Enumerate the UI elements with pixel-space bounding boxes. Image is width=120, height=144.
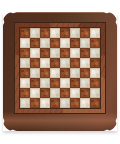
- square-r7c8[interactable]: [90, 88, 100, 98]
- square-r8c6[interactable]: [70, 98, 80, 108]
- square-r7c1[interactable]: [20, 88, 30, 98]
- square-r5c1[interactable]: [20, 68, 30, 78]
- square-r3c8[interactable]: [90, 48, 100, 58]
- square-r2c5[interactable]: [60, 38, 70, 48]
- square-r5c8[interactable]: [90, 68, 100, 78]
- square-r2c6[interactable]: [70, 38, 80, 48]
- square-r3c7[interactable]: [80, 48, 90, 58]
- square-r8c7[interactable]: [80, 98, 90, 108]
- square-r5c4[interactable]: [50, 68, 60, 78]
- square-r6c3[interactable]: [40, 78, 50, 88]
- square-r3c3[interactable]: [40, 48, 50, 58]
- square-r1c5[interactable]: [60, 28, 70, 38]
- square-r6c5[interactable]: [60, 78, 70, 88]
- square-r6c2[interactable]: [30, 78, 40, 88]
- square-r6c6[interactable]: [70, 78, 80, 88]
- square-r4c6[interactable]: [70, 58, 80, 68]
- screenshot-root: [0, 0, 120, 144]
- square-r4c4[interactable]: [50, 58, 60, 68]
- square-r6c8[interactable]: [90, 78, 100, 88]
- square-r5c6[interactable]: [70, 68, 80, 78]
- square-r1c4[interactable]: [50, 28, 60, 38]
- square-r6c1[interactable]: [20, 78, 30, 88]
- square-r8c4[interactable]: [50, 98, 60, 108]
- square-r1c1[interactable]: [20, 28, 30, 38]
- square-r4c2[interactable]: [30, 58, 40, 68]
- square-r5c7[interactable]: [80, 68, 90, 78]
- square-r4c8[interactable]: [90, 58, 100, 68]
- square-r2c2[interactable]: [30, 38, 40, 48]
- square-r3c6[interactable]: [70, 48, 80, 58]
- square-r1c7[interactable]: [80, 28, 90, 38]
- square-r4c5[interactable]: [60, 58, 70, 68]
- square-r8c1[interactable]: [20, 98, 30, 108]
- square-r3c2[interactable]: [30, 48, 40, 58]
- corner-scallop-bottom-right: [103, 117, 117, 131]
- square-r7c3[interactable]: [40, 88, 50, 98]
- square-r3c5[interactable]: [60, 48, 70, 58]
- square-r2c4[interactable]: [50, 38, 60, 48]
- square-r7c2[interactable]: [30, 88, 40, 98]
- square-r2c7[interactable]: [80, 38, 90, 48]
- square-r1c8[interactable]: [90, 28, 100, 38]
- square-r4c1[interactable]: [20, 58, 30, 68]
- square-r5c2[interactable]: [30, 68, 40, 78]
- square-r7c6[interactable]: [70, 88, 80, 98]
- square-r7c5[interactable]: [60, 88, 70, 98]
- burl-inlay-border: [14, 22, 106, 114]
- square-r5c5[interactable]: [60, 68, 70, 78]
- square-r1c3[interactable]: [40, 28, 50, 38]
- square-r2c1[interactable]: [20, 38, 30, 48]
- square-r7c4[interactable]: [50, 88, 60, 98]
- square-r8c2[interactable]: [30, 98, 40, 108]
- square-r2c3[interactable]: [40, 38, 50, 48]
- square-r7c7[interactable]: [80, 88, 90, 98]
- chessboard: [3, 12, 117, 131]
- square-r6c4[interactable]: [50, 78, 60, 88]
- square-r8c3[interactable]: [40, 98, 50, 108]
- square-r1c2[interactable]: [30, 28, 40, 38]
- square-r1c6[interactable]: [70, 28, 80, 38]
- square-r4c3[interactable]: [40, 58, 50, 68]
- square-r5c3[interactable]: [40, 68, 50, 78]
- square-r4c7[interactable]: [80, 58, 90, 68]
- square-r3c4[interactable]: [50, 48, 60, 58]
- corner-scallop-bottom-left: [3, 117, 17, 131]
- square-r8c8[interactable]: [90, 98, 100, 108]
- square-r3c1[interactable]: [20, 48, 30, 58]
- square-r8c5[interactable]: [60, 98, 70, 108]
- playing-grid: [19, 27, 101, 109]
- square-r2c8[interactable]: [90, 38, 100, 48]
- square-r6c7[interactable]: [80, 78, 90, 88]
